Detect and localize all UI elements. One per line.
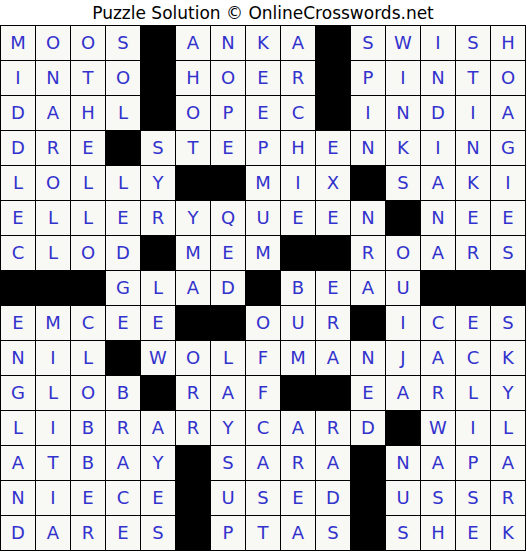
cell-r3c3: H [71, 96, 105, 130]
black-cell-r13c6 [176, 446, 210, 480]
cell-r1c1: M [1, 26, 35, 60]
cell-r15c9: A [281, 516, 315, 550]
cell-r4c9: H [281, 131, 315, 165]
cell-r13c2: T [36, 446, 70, 480]
black-cell-r6c12 [386, 201, 420, 235]
cell-r5c12: S [386, 166, 420, 200]
cell-r12c2: I [36, 411, 70, 445]
cell-r15c14: E [456, 516, 490, 550]
cell-r10c10: A [316, 341, 350, 375]
cell-r12c4: R [106, 411, 140, 445]
cell-r12c8: C [246, 411, 280, 445]
cell-r3c4: L [106, 96, 140, 130]
cell-r14c2: I [36, 481, 70, 515]
cell-r9c15: S [491, 306, 525, 340]
cell-r11c15: Y [491, 376, 525, 410]
black-cell-r4c4 [106, 131, 140, 165]
cell-r6c11: N [351, 201, 385, 235]
cell-r9c3: C [71, 306, 105, 340]
cell-r12c14: I [456, 411, 490, 445]
cell-r2c6: H [176, 61, 210, 95]
cell-r6c9: E [281, 201, 315, 235]
cell-r1c11: S [351, 26, 385, 60]
cell-r10c12: J [386, 341, 420, 375]
cell-r3c12: N [386, 96, 420, 130]
cell-r5c15: I [491, 166, 525, 200]
cell-r6c3: L [71, 201, 105, 235]
cell-r15c12: S [386, 516, 420, 550]
cell-r5c10: X [316, 166, 350, 200]
cell-r14c1: N [1, 481, 35, 515]
cell-r11c2: L [36, 376, 70, 410]
cell-r5c3: L [71, 166, 105, 200]
cell-r14c10: D [316, 481, 350, 515]
cell-r11c6: R [176, 376, 210, 410]
cell-r5c2: O [36, 166, 70, 200]
cell-r12c1: L [1, 411, 35, 445]
black-cell-r9c11 [351, 306, 385, 340]
cell-r3c14: I [456, 96, 490, 130]
black-cell-r9c7 [211, 306, 245, 340]
black-cell-r15c11 [351, 516, 385, 550]
black-cell-r14c6 [176, 481, 210, 515]
cell-r14c4: C [106, 481, 140, 515]
cell-r7c2: L [36, 236, 70, 270]
cell-r7c4: D [106, 236, 140, 270]
cell-r12c7: Y [211, 411, 245, 445]
cell-r14c12: U [386, 481, 420, 515]
cell-r8c7: D [211, 271, 245, 305]
cell-r12c6: R [176, 411, 210, 445]
cell-r10c15: K [491, 341, 525, 375]
cell-r11c3: O [71, 376, 105, 410]
cell-r6c13: N [421, 201, 455, 235]
cell-r2c14: T [456, 61, 490, 95]
cell-r7c8: M [246, 236, 280, 270]
black-cell-r13c11 [351, 446, 385, 480]
cell-r15c13: H [421, 516, 455, 550]
black-cell-r10c4 [106, 341, 140, 375]
cell-r3c2: A [36, 96, 70, 130]
puzzle-solution-page: Puzzle Solution © OnlineCrosswords.net M… [0, 0, 526, 551]
cell-r3c9: C [281, 96, 315, 130]
cell-r12c10: R [316, 411, 350, 445]
cell-r13c15: A [491, 446, 525, 480]
black-cell-r1c5 [141, 26, 175, 60]
black-cell-r7c10 [316, 236, 350, 270]
black-cell-r8c2 [36, 271, 70, 305]
cell-r15c10: S [316, 516, 350, 550]
cell-r1c13: I [421, 26, 455, 60]
cell-r3c11: I [351, 96, 385, 130]
cell-r9c12: I [386, 306, 420, 340]
cell-r7c6: M [176, 236, 210, 270]
cell-r2c11: P [351, 61, 385, 95]
cell-r1c2: O [36, 26, 70, 60]
cell-r6c15: E [491, 201, 525, 235]
cell-r13c3: B [71, 446, 105, 480]
cell-r13c14: P [456, 446, 490, 480]
cell-r9c4: E [106, 306, 140, 340]
cell-r2c3: T [71, 61, 105, 95]
cell-r10c1: N [1, 341, 35, 375]
cell-r4c2: R [36, 131, 70, 165]
black-cell-r11c10 [316, 376, 350, 410]
black-cell-r3c5 [141, 96, 175, 130]
black-cell-r8c8 [246, 271, 280, 305]
cell-r1c3: O [71, 26, 105, 60]
cell-r12c11: D [351, 411, 385, 445]
cell-r13c10: A [316, 446, 350, 480]
cell-r15c2: A [36, 516, 70, 550]
cell-r2c4: O [106, 61, 140, 95]
cell-r5c14: K [456, 166, 490, 200]
cell-r13c7: S [211, 446, 245, 480]
cell-r14c9: E [281, 481, 315, 515]
cell-r10c7: L [211, 341, 245, 375]
black-cell-r8c14 [456, 271, 490, 305]
cell-r6c8: U [246, 201, 280, 235]
cell-r11c7: A [211, 376, 245, 410]
cell-r15c3: R [71, 516, 105, 550]
cell-r7c15: S [491, 236, 525, 270]
cell-r13c4: A [106, 446, 140, 480]
cell-r2c7: O [211, 61, 245, 95]
cell-r2c9: R [281, 61, 315, 95]
cell-r14c3: E [71, 481, 105, 515]
cell-r1c15: H [491, 26, 525, 60]
cell-r11c8: F [246, 376, 280, 410]
cell-r8c5: L [141, 271, 175, 305]
crossword-board: MOOSANKASWISHINTOHOERPINTODAHLOPECINDIAD… [0, 25, 526, 551]
cell-r6c1: E [1, 201, 35, 235]
cell-r1c7: N [211, 26, 245, 60]
cell-r15c7: P [211, 516, 245, 550]
cell-r2c8: E [246, 61, 280, 95]
cell-r9c13: C [421, 306, 455, 340]
cell-r15c1: D [1, 516, 35, 550]
black-cell-r5c11 [351, 166, 385, 200]
cell-r4c11: N [351, 131, 385, 165]
cell-r1c4: S [106, 26, 140, 60]
cell-r8c9: B [281, 271, 315, 305]
cell-r7c3: O [71, 236, 105, 270]
cell-r10c6: O [176, 341, 210, 375]
cell-r6c10: E [316, 201, 350, 235]
black-cell-r7c5 [141, 236, 175, 270]
cell-r10c9: M [281, 341, 315, 375]
cell-r15c15: K [491, 516, 525, 550]
cell-r13c12: N [386, 446, 420, 480]
cell-r3c8: E [246, 96, 280, 130]
cell-r7c7: E [211, 236, 245, 270]
black-cell-r15c6 [176, 516, 210, 550]
cell-r5c1: L [1, 166, 35, 200]
cell-r11c4: B [106, 376, 140, 410]
cell-r13c8: A [246, 446, 280, 480]
cell-r1c12: W [386, 26, 420, 60]
cell-r6c14: E [456, 201, 490, 235]
cell-r10c3: L [71, 341, 105, 375]
cell-r15c8: T [246, 516, 280, 550]
cell-r9c14: E [456, 306, 490, 340]
cell-r4c14: N [456, 131, 490, 165]
cell-r8c10: E [316, 271, 350, 305]
cell-r14c14: S [456, 481, 490, 515]
cell-r7c11: R [351, 236, 385, 270]
cell-r12c9: A [281, 411, 315, 445]
cell-r15c5: S [141, 516, 175, 550]
cell-r9c8: O [246, 306, 280, 340]
cell-r7c1: C [1, 236, 35, 270]
cell-r3c13: D [421, 96, 455, 130]
cell-r5c9: I [281, 166, 315, 200]
black-cell-r3c10 [316, 96, 350, 130]
cell-r5c13: A [421, 166, 455, 200]
cell-r3c1: D [1, 96, 35, 130]
cell-r6c2: L [36, 201, 70, 235]
cell-r10c2: I [36, 341, 70, 375]
cell-r9c2: M [36, 306, 70, 340]
cell-r10c14: C [456, 341, 490, 375]
cell-r10c5: W [141, 341, 175, 375]
black-cell-r8c1 [1, 271, 35, 305]
cell-r8c4: G [106, 271, 140, 305]
cell-r9c9: U [281, 306, 315, 340]
cell-r5c5: Y [141, 166, 175, 200]
black-cell-r5c6 [176, 166, 210, 200]
cell-r4c12: K [386, 131, 420, 165]
cell-r15c4: E [106, 516, 140, 550]
cell-r6c6: Y [176, 201, 210, 235]
cell-r13c9: R [281, 446, 315, 480]
black-cell-r8c15 [491, 271, 525, 305]
cell-r4c6: T [176, 131, 210, 165]
cell-r4c13: I [421, 131, 455, 165]
cell-r13c1: A [1, 446, 35, 480]
cell-r11c13: R [421, 376, 455, 410]
cell-r5c8: M [246, 166, 280, 200]
cell-r6c4: E [106, 201, 140, 235]
cell-r10c11: N [351, 341, 385, 375]
cell-r11c12: A [386, 376, 420, 410]
cell-r4c3: E [71, 131, 105, 165]
black-cell-r8c3 [71, 271, 105, 305]
cell-r1c9: A [281, 26, 315, 60]
cell-r12c5: A [141, 411, 175, 445]
cell-r7c12: O [386, 236, 420, 270]
cell-r6c5: R [141, 201, 175, 235]
cell-r7c14: R [456, 236, 490, 270]
black-cell-r8c13 [421, 271, 455, 305]
cell-r10c8: F [246, 341, 280, 375]
black-cell-r2c10 [316, 61, 350, 95]
cell-r4c8: P [246, 131, 280, 165]
cell-r1c6: A [176, 26, 210, 60]
cell-r12c13: W [421, 411, 455, 445]
black-cell-r12c12 [386, 411, 420, 445]
cell-r12c3: B [71, 411, 105, 445]
cell-r3c15: A [491, 96, 525, 130]
cell-r2c12: I [386, 61, 420, 95]
page-title: Puzzle Solution © OnlineCrosswords.net [0, 0, 526, 25]
cell-r13c5: Y [141, 446, 175, 480]
cell-r7c13: A [421, 236, 455, 270]
cell-r4c7: E [211, 131, 245, 165]
cell-r9c10: R [316, 306, 350, 340]
cell-r8c6: A [176, 271, 210, 305]
cell-r14c8: S [246, 481, 280, 515]
black-cell-r11c9 [281, 376, 315, 410]
cell-r10c13: A [421, 341, 455, 375]
cell-r8c11: A [351, 271, 385, 305]
black-cell-r5c7 [211, 166, 245, 200]
cell-r1c8: K [246, 26, 280, 60]
black-cell-r9c6 [176, 306, 210, 340]
cell-r4c1: D [1, 131, 35, 165]
cell-r3c6: O [176, 96, 210, 130]
cell-r2c13: N [421, 61, 455, 95]
cell-r2c15: O [491, 61, 525, 95]
cell-r1c14: S [456, 26, 490, 60]
cell-r4c5: S [141, 131, 175, 165]
black-cell-r7c9 [281, 236, 315, 270]
black-cell-r1c10 [316, 26, 350, 60]
cell-r4c15: G [491, 131, 525, 165]
cell-r5c4: L [106, 166, 140, 200]
cell-r4c10: E [316, 131, 350, 165]
cell-r11c14: L [456, 376, 490, 410]
cell-r14c7: U [211, 481, 245, 515]
cell-r3c7: P [211, 96, 245, 130]
cell-r11c11: E [351, 376, 385, 410]
black-cell-r11c5 [141, 376, 175, 410]
cell-r9c1: E [1, 306, 35, 340]
cell-r6c7: Q [211, 201, 245, 235]
cell-r2c1: I [1, 61, 35, 95]
cell-r14c5: E [141, 481, 175, 515]
cell-r11c1: G [1, 376, 35, 410]
cell-r14c15: R [491, 481, 525, 515]
cell-r12c15: L [491, 411, 525, 445]
cell-r13c13: A [421, 446, 455, 480]
cell-r8c12: U [386, 271, 420, 305]
cell-r2c2: N [36, 61, 70, 95]
black-cell-r14c11 [351, 481, 385, 515]
black-cell-r2c5 [141, 61, 175, 95]
cell-r9c5: E [141, 306, 175, 340]
cell-r14c13: S [421, 481, 455, 515]
